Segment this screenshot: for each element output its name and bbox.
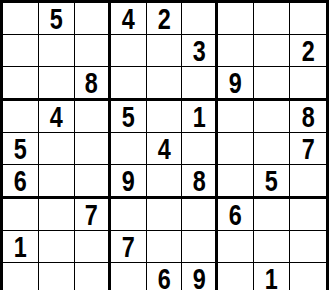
given-digit: 6 [229,199,242,230]
cell-r7c7[interactable]: 6 [218,199,254,231]
cell-r2c1[interactable] [3,35,39,67]
given-digit: 7 [302,133,315,164]
cell-r4c2[interactable]: 4 [39,101,75,133]
given-digit: 5 [14,133,27,164]
cell-r6c8[interactable]: 5 [254,165,290,199]
cell-r1c7[interactable] [218,3,254,35]
cell-r1c2[interactable]: 5 [39,3,75,35]
cell-r6c6[interactable]: 8 [182,165,218,199]
cell-r6c1[interactable]: 6 [3,165,39,199]
cell-r8c7[interactable] [218,231,254,263]
cell-r4c6[interactable]: 1 [182,101,218,133]
cell-r4c1[interactable] [3,101,39,133]
cell-r4c4[interactable]: 5 [111,101,147,133]
cell-r2c3[interactable] [75,35,111,67]
cell-r1c5[interactable]: 2 [147,3,183,35]
cell-r9c8[interactable]: 1 [254,263,290,290]
cell-r7c8[interactable] [254,199,290,231]
given-digit: 8 [192,165,205,196]
cell-r6c5[interactable] [147,165,183,199]
cell-r2c8[interactable] [254,35,290,67]
cell-r7c9[interactable] [290,199,326,231]
given-digit: 8 [85,67,98,98]
given-digit: 4 [50,101,63,132]
cell-r8c4[interactable]: 7 [111,231,147,263]
cell-r5c1[interactable]: 5 [3,133,39,165]
given-digit: 9 [229,67,242,98]
cell-r3c5[interactable] [147,67,183,101]
cell-r9c2[interactable] [39,263,75,290]
cell-r7c6[interactable] [182,199,218,231]
cell-r5c5[interactable]: 4 [147,133,183,165]
cell-r3c1[interactable] [3,67,39,101]
cell-r3c4[interactable] [111,67,147,101]
cell-r8c5[interactable] [147,231,183,263]
cell-r3c8[interactable] [254,67,290,101]
cell-r7c4[interactable] [111,199,147,231]
cell-r5c2[interactable] [39,133,75,165]
cell-r7c5[interactable] [147,199,183,231]
cell-r9c4[interactable] [111,263,147,290]
cell-r4c8[interactable] [254,101,290,133]
given-digit: 2 [157,3,170,34]
cell-r1c9[interactable] [290,3,326,35]
cell-r2c4[interactable] [111,35,147,67]
given-digit: 8 [302,101,315,132]
cell-r8c6[interactable] [182,231,218,263]
given-digit: 3 [192,35,205,66]
cell-r9c7[interactable] [218,263,254,290]
cell-r2c9[interactable]: 2 [290,35,326,67]
cell-r6c4[interactable]: 9 [111,165,147,199]
cell-r5c4[interactable] [111,133,147,165]
cell-r9c6[interactable]: 9 [182,263,218,290]
given-digit: 5 [50,3,63,34]
given-digit: 7 [122,231,135,262]
given-digit: 6 [14,165,27,196]
cell-r5c3[interactable] [75,133,111,165]
cell-r8c8[interactable] [254,231,290,263]
cell-r3c2[interactable] [39,67,75,101]
cell-r2c5[interactable] [147,35,183,67]
cell-r4c7[interactable] [218,101,254,133]
cell-r6c9[interactable] [290,165,326,199]
cell-r1c3[interactable] [75,3,111,35]
cell-r5c8[interactable] [254,133,290,165]
cell-r9c3[interactable] [75,263,111,290]
cell-r5c6[interactable] [182,133,218,165]
cell-r3c7[interactable]: 9 [218,67,254,101]
given-digit: 5 [122,101,135,132]
cell-r4c3[interactable] [75,101,111,133]
cell-r8c3[interactable] [75,231,111,263]
given-digit: 1 [265,263,278,290]
given-digit: 4 [157,133,170,164]
cell-r1c8[interactable] [254,3,290,35]
cell-r3c9[interactable] [290,67,326,101]
cell-r1c4[interactable]: 4 [111,3,147,35]
cell-r8c9[interactable] [290,231,326,263]
cell-r7c2[interactable] [39,199,75,231]
cell-r7c3[interactable]: 7 [75,199,111,231]
cell-r7c1[interactable] [3,199,39,231]
cell-r1c6[interactable] [182,3,218,35]
cell-r4c5[interactable] [147,101,183,133]
cell-r9c1[interactable] [3,263,39,290]
cell-r6c7[interactable] [218,165,254,199]
cell-r2c6[interactable]: 3 [182,35,218,67]
cell-r5c9[interactable]: 7 [290,133,326,165]
given-digit: 9 [192,263,205,290]
given-digit: 6 [157,263,170,290]
cell-r8c2[interactable] [39,231,75,263]
sudoku-board: 5423289451854769857617691 [0,0,329,290]
cell-r6c3[interactable] [75,165,111,199]
cell-r2c7[interactable] [218,35,254,67]
given-digit: 9 [122,165,135,196]
given-digit: 1 [14,231,27,262]
given-digit: 7 [85,199,98,230]
given-digit: 1 [192,101,205,132]
cell-r3c3[interactable]: 8 [75,67,111,101]
given-digit: 2 [302,35,315,66]
cell-r9c9[interactable] [290,263,326,290]
cell-r8c1[interactable]: 1 [3,231,39,263]
cell-r2c2[interactable] [39,35,75,67]
cell-r5c7[interactable] [218,133,254,165]
cell-r1c1[interactable] [3,3,39,35]
cell-r6c2[interactable] [39,165,75,199]
given-digit: 5 [265,165,278,196]
cell-r4c9[interactable]: 8 [290,101,326,133]
cell-r9c5[interactable]: 6 [147,263,183,290]
cell-r3c6[interactable] [182,67,218,101]
given-digit: 4 [122,3,135,34]
